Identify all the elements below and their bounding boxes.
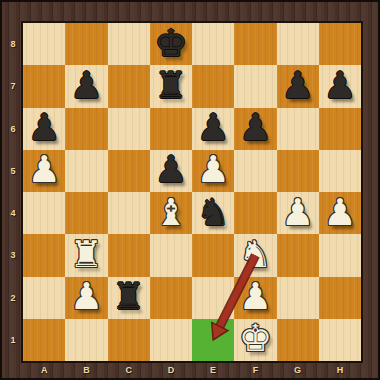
piece-black-pawn-d5[interactable]: ♟ bbox=[154, 151, 187, 188]
piece-white-pawn-e5[interactable]: ♟ bbox=[197, 151, 230, 188]
square-b3[interactable]: ♜ bbox=[65, 234, 107, 276]
square-c8[interactable] bbox=[108, 23, 150, 65]
square-e8[interactable] bbox=[192, 23, 234, 65]
chess-board-frame: ♚♟♜♟♟♟♟♟♟♟♟♝♞♟♟♜♞♟♜♟♚ 87654321 ABCDEFGH bbox=[0, 0, 380, 380]
file-label-c: C bbox=[119, 365, 139, 375]
square-c3[interactable] bbox=[108, 234, 150, 276]
piece-white-bishop-d4[interactable]: ♝ bbox=[154, 194, 187, 231]
square-b5[interactable] bbox=[65, 150, 107, 192]
rank-label-2: 2 bbox=[6, 293, 20, 303]
rank-label-4: 4 bbox=[6, 208, 20, 218]
square-f4[interactable] bbox=[234, 192, 276, 234]
piece-white-pawn-h4[interactable]: ♟ bbox=[323, 194, 356, 231]
square-g4[interactable]: ♟ bbox=[277, 192, 319, 234]
square-a8[interactable] bbox=[23, 23, 65, 65]
square-e1[interactable] bbox=[192, 319, 234, 361]
square-e5[interactable]: ♟ bbox=[192, 150, 234, 192]
square-d1[interactable] bbox=[150, 319, 192, 361]
square-h3[interactable] bbox=[319, 234, 361, 276]
square-g3[interactable] bbox=[277, 234, 319, 276]
file-label-a: A bbox=[34, 365, 54, 375]
square-c4[interactable] bbox=[108, 192, 150, 234]
file-label-h: H bbox=[330, 365, 350, 375]
file-label-d: D bbox=[161, 365, 181, 375]
square-g1[interactable] bbox=[277, 319, 319, 361]
square-d3[interactable] bbox=[150, 234, 192, 276]
rank-label-5: 5 bbox=[6, 166, 20, 176]
piece-black-king-d8[interactable]: ♚ bbox=[154, 25, 187, 62]
square-g2[interactable] bbox=[277, 277, 319, 319]
piece-black-pawn-g7[interactable]: ♟ bbox=[281, 67, 314, 104]
square-g7[interactable]: ♟ bbox=[277, 65, 319, 107]
square-c1[interactable] bbox=[108, 319, 150, 361]
square-b2[interactable]: ♟ bbox=[65, 277, 107, 319]
square-e2[interactable] bbox=[192, 277, 234, 319]
square-e7[interactable] bbox=[192, 65, 234, 107]
piece-white-pawn-a5[interactable]: ♟ bbox=[28, 151, 61, 188]
square-a1[interactable] bbox=[23, 319, 65, 361]
square-h2[interactable] bbox=[319, 277, 361, 319]
square-d8[interactable]: ♚ bbox=[150, 23, 192, 65]
piece-black-pawn-b7[interactable]: ♟ bbox=[70, 67, 103, 104]
square-a3[interactable] bbox=[23, 234, 65, 276]
file-label-f: F bbox=[245, 365, 265, 375]
square-b6[interactable] bbox=[65, 108, 107, 150]
square-c5[interactable] bbox=[108, 150, 150, 192]
square-b8[interactable] bbox=[65, 23, 107, 65]
file-label-g: G bbox=[288, 365, 308, 375]
piece-white-knight-f3[interactable]: ♞ bbox=[239, 236, 272, 273]
square-d5[interactable]: ♟ bbox=[150, 150, 192, 192]
square-d2[interactable] bbox=[150, 277, 192, 319]
piece-white-pawn-g4[interactable]: ♟ bbox=[281, 194, 314, 231]
square-d7[interactable]: ♜ bbox=[150, 65, 192, 107]
square-a2[interactable] bbox=[23, 277, 65, 319]
piece-black-pawn-e6[interactable]: ♟ bbox=[197, 109, 230, 146]
piece-black-pawn-a6[interactable]: ♟ bbox=[28, 109, 61, 146]
square-h8[interactable] bbox=[319, 23, 361, 65]
square-h1[interactable] bbox=[319, 319, 361, 361]
square-a5[interactable]: ♟ bbox=[23, 150, 65, 192]
square-e4[interactable]: ♞ bbox=[192, 192, 234, 234]
square-a6[interactable]: ♟ bbox=[23, 108, 65, 150]
square-e6[interactable]: ♟ bbox=[192, 108, 234, 150]
rank-label-8: 8 bbox=[6, 39, 20, 49]
square-f5[interactable] bbox=[234, 150, 276, 192]
square-d4[interactable]: ♝ bbox=[150, 192, 192, 234]
square-f6[interactable]: ♟ bbox=[234, 108, 276, 150]
square-c2[interactable]: ♜ bbox=[108, 277, 150, 319]
file-label-b: B bbox=[76, 365, 96, 375]
square-h6[interactable] bbox=[319, 108, 361, 150]
chess-board: ♚♟♜♟♟♟♟♟♟♟♟♝♞♟♟♜♞♟♜♟♚ bbox=[23, 23, 361, 361]
square-f7[interactable] bbox=[234, 65, 276, 107]
rank-label-7: 7 bbox=[6, 81, 20, 91]
square-f3[interactable]: ♞ bbox=[234, 234, 276, 276]
square-h5[interactable] bbox=[319, 150, 361, 192]
piece-white-king-f1[interactable]: ♚ bbox=[239, 320, 272, 357]
square-f2[interactable]: ♟ bbox=[234, 277, 276, 319]
piece-white-pawn-f2[interactable]: ♟ bbox=[239, 278, 272, 315]
piece-white-pawn-b2[interactable]: ♟ bbox=[70, 278, 103, 315]
square-h4[interactable]: ♟ bbox=[319, 192, 361, 234]
square-b1[interactable] bbox=[65, 319, 107, 361]
square-f8[interactable] bbox=[234, 23, 276, 65]
piece-black-knight-e4[interactable]: ♞ bbox=[197, 194, 230, 231]
piece-black-rook-d7[interactable]: ♜ bbox=[154, 67, 187, 104]
square-c7[interactable] bbox=[108, 65, 150, 107]
square-b7[interactable]: ♟ bbox=[65, 65, 107, 107]
square-d6[interactable] bbox=[150, 108, 192, 150]
square-a4[interactable] bbox=[23, 192, 65, 234]
rank-label-3: 3 bbox=[6, 250, 20, 260]
piece-black-pawn-h7[interactable]: ♟ bbox=[323, 67, 356, 104]
square-g8[interactable] bbox=[277, 23, 319, 65]
piece-white-rook-b3[interactable]: ♜ bbox=[70, 236, 103, 273]
square-g6[interactable] bbox=[277, 108, 319, 150]
square-g5[interactable] bbox=[277, 150, 319, 192]
square-f1[interactable]: ♚ bbox=[234, 319, 276, 361]
file-label-e: E bbox=[203, 365, 223, 375]
square-b4[interactable] bbox=[65, 192, 107, 234]
square-e3[interactable] bbox=[192, 234, 234, 276]
rank-label-1: 1 bbox=[6, 335, 20, 345]
rank-label-6: 6 bbox=[6, 124, 20, 134]
piece-black-rook-c2[interactable]: ♜ bbox=[112, 278, 145, 315]
square-a7[interactable] bbox=[23, 65, 65, 107]
piece-black-pawn-f6[interactable]: ♟ bbox=[239, 109, 272, 146]
square-h7[interactable]: ♟ bbox=[319, 65, 361, 107]
square-c6[interactable] bbox=[108, 108, 150, 150]
